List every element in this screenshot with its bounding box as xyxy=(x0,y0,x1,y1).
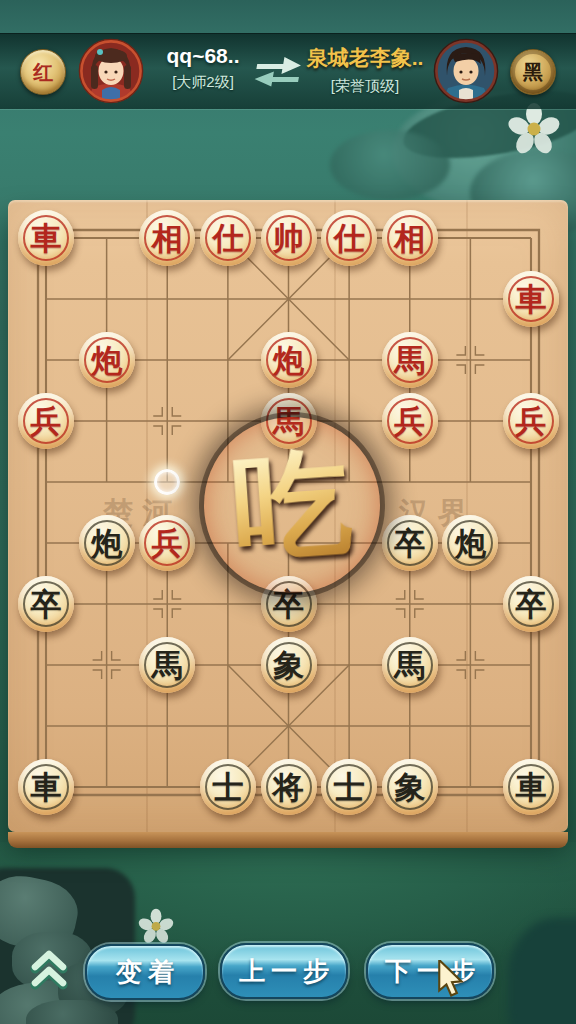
piece-black-chariot[interactable]: 車 xyxy=(503,759,559,815)
piece-black-horse[interactable]: 馬 xyxy=(139,637,195,693)
xiangqi-board[interactable]: 楚河 汉界 車相仕帅仕相車炮炮馬兵馬兵兵兵炮卒炮卒卒卒馬象馬車士将士象車 吃 xyxy=(8,200,568,832)
piece-black-chariot[interactable]: 車 xyxy=(18,759,74,815)
capture-animation-label: 吃 xyxy=(229,442,355,568)
piece-black-soldier[interactable]: 卒 xyxy=(503,576,559,632)
left-player-rank: [大师2级] xyxy=(148,73,258,92)
xiangqi-app: 红 xyxy=(0,0,576,1024)
right-player-rank: [荣誉顶级] xyxy=(294,77,436,96)
piece-red-horse[interactable]: 馬 xyxy=(382,332,438,388)
flower-decoration xyxy=(505,102,563,158)
right-player-name: 泉城老李象.. xyxy=(294,44,436,72)
black-side-badge-label: 黑 xyxy=(523,62,543,82)
red-side-badge-label: 红 xyxy=(33,62,53,82)
flower-decoration xyxy=(136,908,176,946)
piece-black-soldier[interactable]: 卒 xyxy=(382,515,438,571)
piece-red-general[interactable]: 帅 xyxy=(261,210,317,266)
black-side-badge: 黑 xyxy=(510,49,556,95)
piece-red-elephant[interactable]: 相 xyxy=(382,210,438,266)
player-bar: 红 xyxy=(0,33,576,109)
change-move-button[interactable]: 变着 xyxy=(85,944,205,1000)
piece-red-advisor[interactable]: 仕 xyxy=(200,210,256,266)
piece-black-cannon[interactable]: 炮 xyxy=(79,515,135,571)
piece-black-soldier[interactable]: 卒 xyxy=(18,576,74,632)
piece-black-horse[interactable]: 馬 xyxy=(382,637,438,693)
next-step-button[interactable]: 下一步 xyxy=(366,943,494,999)
piece-red-chariot[interactable]: 車 xyxy=(18,210,74,266)
piece-red-elephant[interactable]: 相 xyxy=(139,210,195,266)
prev-step-button[interactable]: 上一步 xyxy=(220,943,348,999)
red-side-badge: 红 xyxy=(20,49,66,95)
piece-black-advisor[interactable]: 士 xyxy=(321,759,377,815)
right-player-avatar[interactable] xyxy=(433,38,499,104)
piece-black-elephant[interactable]: 象 xyxy=(382,759,438,815)
piece-red-advisor[interactable]: 仕 xyxy=(321,210,377,266)
piece-black-general[interactable]: 将 xyxy=(261,759,317,815)
left-player-avatar[interactable] xyxy=(78,38,144,104)
piece-red-chariot[interactable]: 車 xyxy=(503,271,559,327)
piece-black-advisor[interactable]: 士 xyxy=(200,759,256,815)
rock-decoration xyxy=(330,130,450,200)
piece-red-soldier[interactable]: 兵 xyxy=(18,393,74,449)
left-player-name: qq~68.. xyxy=(148,44,258,68)
piece-red-soldier[interactable]: 兵 xyxy=(382,393,438,449)
piece-black-elephant[interactable]: 象 xyxy=(261,637,317,693)
piece-red-soldier[interactable]: 兵 xyxy=(503,393,559,449)
capture-animation: 吃 xyxy=(204,417,380,593)
piece-red-cannon[interactable]: 炮 xyxy=(79,332,135,388)
piece-red-soldier[interactable]: 兵 xyxy=(139,515,195,571)
collapse-chevrons-button[interactable] xyxy=(26,948,72,990)
piece-black-cannon[interactable]: 炮 xyxy=(442,515,498,571)
piece-red-cannon[interactable]: 炮 xyxy=(261,332,317,388)
stone-decoration xyxy=(26,1000,118,1024)
